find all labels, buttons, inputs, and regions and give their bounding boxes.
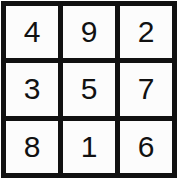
cell-r3c1: 8	[6, 121, 58, 173]
cell-r1c2: 9	[63, 6, 115, 58]
magic-square-board: 4 9 2 3 5 7 8 1 6	[1, 1, 177, 178]
cell-r1c3: 2	[120, 6, 172, 58]
cell-r3c3: 6	[120, 121, 172, 173]
cell-r1c1: 4	[6, 6, 58, 58]
cell-r2c2: 5	[63, 63, 115, 115]
cell-r2c1: 3	[6, 63, 58, 115]
grid-3x3: 4 9 2 3 5 7 8 1 6	[1, 1, 177, 178]
cell-r3c2: 1	[63, 121, 115, 173]
cell-r2c3: 7	[120, 63, 172, 115]
